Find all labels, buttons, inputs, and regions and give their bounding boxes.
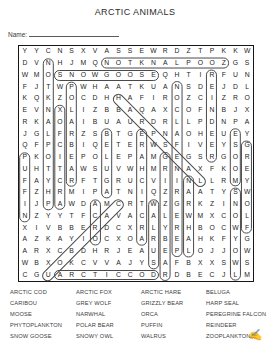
grid-cell[interactable]: A xyxy=(66,164,78,176)
grid-cell[interactable]: D xyxy=(230,81,242,93)
grid-cell[interactable]: K xyxy=(194,199,206,211)
grid-cell[interactable]: L xyxy=(66,105,78,117)
grid-cell[interactable]: W xyxy=(241,46,253,58)
grid-cell[interactable]: W xyxy=(183,211,195,223)
grid-cell[interactable]: R xyxy=(206,70,218,82)
grid-cell[interactable]: R xyxy=(136,222,148,234)
grid-cell[interactable]: I xyxy=(101,269,113,281)
grid-cell[interactable]: L xyxy=(241,81,253,93)
grid-cell[interactable]: G xyxy=(31,128,43,140)
grid-cell[interactable]: W xyxy=(66,199,78,211)
grid-cell[interactable]: O xyxy=(136,269,148,281)
grid-cell[interactable]: L xyxy=(183,117,195,129)
grid-cell[interactable]: N xyxy=(171,81,183,93)
grid-cell[interactable]: H xyxy=(54,58,66,70)
grid-cell[interactable]: W xyxy=(77,164,89,176)
grid-cell[interactable]: O xyxy=(183,128,195,140)
grid-cell[interactable]: L xyxy=(148,222,160,234)
grid-cell[interactable]: T xyxy=(54,164,66,176)
grid-cell[interactable]: G xyxy=(31,269,43,281)
grid-cell[interactable]: N xyxy=(42,58,54,70)
grid-cell[interactable]: W xyxy=(241,246,253,258)
grid-cell[interactable]: D xyxy=(148,269,160,281)
grid-cell[interactable]: V xyxy=(31,105,43,117)
grid-cell[interactable]: U xyxy=(124,117,136,129)
grid-cell[interactable]: M xyxy=(148,152,160,164)
grid-cell[interactable]: J xyxy=(31,199,43,211)
grid-cell[interactable]: E xyxy=(19,105,31,117)
grid-cell[interactable]: A xyxy=(148,105,160,117)
grid-cell[interactable]: F xyxy=(54,128,66,140)
grid-cell[interactable]: Y xyxy=(19,46,31,58)
grid-cell[interactable]: I xyxy=(54,152,66,164)
grid-cell[interactable]: I xyxy=(19,199,31,211)
grid-cell[interactable]: E xyxy=(77,222,89,234)
grid-cell[interactable]: E xyxy=(171,234,183,246)
grid-cell[interactable]: I xyxy=(148,93,160,105)
grid-cell[interactable]: I xyxy=(77,140,89,152)
grid-cell[interactable]: Z xyxy=(31,234,43,246)
grid-cell[interactable]: R xyxy=(101,246,113,258)
grid-cell[interactable]: O xyxy=(42,70,54,82)
grid-cell[interactable]: D xyxy=(19,58,31,70)
grid-cell[interactable]: B xyxy=(54,222,66,234)
grid-cell[interactable]: Z xyxy=(218,58,230,70)
grid-cell[interactable]: C xyxy=(218,222,230,234)
grid-cell[interactable]: Q xyxy=(159,70,171,82)
grid-cell[interactable]: T xyxy=(42,164,54,176)
grid-cell[interactable]: L xyxy=(42,128,54,140)
grid-cell[interactable]: N xyxy=(148,58,160,70)
grid-cell[interactable]: O xyxy=(54,258,66,270)
grid-cell[interactable]: T xyxy=(66,211,78,223)
grid-cell[interactable]: R xyxy=(124,199,136,211)
grid-cell[interactable]: P xyxy=(89,187,101,199)
grid-cell[interactable]: O xyxy=(206,58,218,70)
grid-cell[interactable]: C xyxy=(54,246,66,258)
grid-cell[interactable]: C xyxy=(113,269,125,281)
grid-cell[interactable]: A xyxy=(159,58,171,70)
grid-cell[interactable]: B xyxy=(183,258,195,270)
grid-cell[interactable]: A xyxy=(19,234,31,246)
grid-cell[interactable]: L xyxy=(241,211,253,223)
grid-cell[interactable]: R xyxy=(89,222,101,234)
grid-cell[interactable]: N xyxy=(54,46,66,58)
grid-cell[interactable]: F xyxy=(218,70,230,82)
grid-cell[interactable]: C xyxy=(171,105,183,117)
grid-cell[interactable]: K xyxy=(42,93,54,105)
grid-cell[interactable]: S xyxy=(124,46,136,58)
grid-cell[interactable]: S xyxy=(148,258,160,270)
grid-cell[interactable]: H xyxy=(136,164,148,176)
grid-cell[interactable]: F xyxy=(206,164,218,176)
grid-cell[interactable]: E xyxy=(171,152,183,164)
grid-cell[interactable]: J xyxy=(124,258,136,270)
grid-cell[interactable]: G xyxy=(241,140,253,152)
grid-cell[interactable]: J xyxy=(218,81,230,93)
grid-cell[interactable]: N xyxy=(124,187,136,199)
grid-cell[interactable]: V xyxy=(42,222,54,234)
grid-cell[interactable]: A xyxy=(183,234,195,246)
grid-cell[interactable]: O xyxy=(194,246,206,258)
grid-cell[interactable]: T xyxy=(124,81,136,93)
grid-cell[interactable]: C xyxy=(77,269,89,281)
grid-cell[interactable]: S xyxy=(113,46,125,58)
grid-cell[interactable]: E xyxy=(113,152,125,164)
grid-cell[interactable]: V xyxy=(89,258,101,270)
grid-cell[interactable]: I xyxy=(159,175,171,187)
grid-cell[interactable]: N xyxy=(230,199,242,211)
grid-cell[interactable]: C xyxy=(113,222,125,234)
grid-cell[interactable]: C xyxy=(113,199,125,211)
grid-cell[interactable]: D xyxy=(101,222,113,234)
grid-cell[interactable]: Z xyxy=(31,187,43,199)
grid-cell[interactable]: K xyxy=(218,46,230,58)
grid-cell[interactable]: O xyxy=(77,70,89,82)
grid-cell[interactable]: A xyxy=(136,152,148,164)
grid-cell[interactable]: P xyxy=(171,246,183,258)
grid-cell[interactable]: N xyxy=(42,105,54,117)
grid-cell[interactable]: R xyxy=(159,164,171,176)
grid-cell[interactable]: I xyxy=(171,175,183,187)
grid-cell[interactable]: K xyxy=(19,93,31,105)
grid-cell[interactable]: K xyxy=(31,117,43,129)
grid-cell[interactable]: M xyxy=(101,199,113,211)
grid-cell[interactable]: C xyxy=(77,93,89,105)
grid-cell[interactable]: K xyxy=(218,164,230,176)
grid-cell[interactable]: I xyxy=(77,105,89,117)
grid-cell[interactable]: F xyxy=(19,81,31,93)
grid-cell[interactable]: Y xyxy=(159,222,171,234)
grid-cell[interactable]: G xyxy=(124,128,136,140)
grid-cell[interactable]: Y xyxy=(230,234,242,246)
grid-cell[interactable]: F xyxy=(241,222,253,234)
grid-cell[interactable]: X xyxy=(159,105,171,117)
grid-cell[interactable]: R xyxy=(159,93,171,105)
grid-cell[interactable]: U xyxy=(19,164,31,176)
grid-cell[interactable]: K xyxy=(31,152,43,164)
grid-cell[interactable]: N xyxy=(241,70,253,82)
grid-cell[interactable]: O xyxy=(89,234,101,246)
grid-cell[interactable]: J xyxy=(218,269,230,281)
grid-cell[interactable]: I xyxy=(77,187,89,199)
grid-cell[interactable]: A xyxy=(159,81,171,93)
grid-cell[interactable]: L xyxy=(230,269,242,281)
grid-cell[interactable]: H xyxy=(89,81,101,93)
grid-cell[interactable]: O xyxy=(241,199,253,211)
grid-cell[interactable]: W xyxy=(230,222,242,234)
grid-cell[interactable]: O xyxy=(194,58,206,70)
grid-cell[interactable]: N xyxy=(66,70,78,82)
grid-cell[interactable]: Z xyxy=(218,93,230,105)
grid-cell[interactable]: A xyxy=(113,117,125,129)
grid-cell[interactable]: C xyxy=(101,234,113,246)
grid-cell[interactable]: B xyxy=(183,269,195,281)
grid-cell[interactable]: T xyxy=(42,81,54,93)
grid-cell[interactable]: L xyxy=(194,175,206,187)
grid-cell[interactable]: M xyxy=(194,211,206,223)
grid-cell[interactable]: R xyxy=(148,234,160,246)
grid-cell[interactable]: R xyxy=(66,269,78,281)
grid-cell[interactable]: U xyxy=(230,70,242,82)
grid-cell[interactable]: A xyxy=(113,258,125,270)
grid-cell[interactable]: Z xyxy=(54,93,66,105)
grid-cell[interactable]: D xyxy=(77,199,89,211)
grid-cell[interactable]: L xyxy=(206,175,218,187)
grid-cell[interactable]: P xyxy=(194,117,206,129)
grid-cell[interactable]: W xyxy=(148,199,160,211)
grid-cell[interactable]: H xyxy=(113,93,125,105)
grid-cell[interactable]: B xyxy=(101,105,113,117)
grid-cell[interactable]: X xyxy=(42,258,54,270)
grid-cell[interactable]: H xyxy=(194,234,206,246)
grid-cell[interactable]: E xyxy=(124,140,136,152)
grid-cell[interactable]: D xyxy=(148,117,160,129)
grid-cell[interactable]: U xyxy=(148,246,160,258)
grid-cell[interactable]: R xyxy=(171,222,183,234)
grid-cell[interactable]: Z xyxy=(31,211,43,223)
grid-cell[interactable]: R xyxy=(230,93,242,105)
grid-cell[interactable]: T xyxy=(194,46,206,58)
grid-cell[interactable]: E xyxy=(159,246,171,258)
grid-cell[interactable]: B xyxy=(113,105,125,117)
grid-cell[interactable]: L xyxy=(159,211,171,223)
grid-cell[interactable]: O xyxy=(230,164,242,176)
grid-cell[interactable]: K xyxy=(230,46,242,58)
grid-cell[interactable]: L xyxy=(171,117,183,129)
grid-cell[interactable]: A xyxy=(136,234,148,246)
grid-cell[interactable]: U xyxy=(42,269,54,281)
grid-cell[interactable]: R xyxy=(159,46,171,58)
grid-cell[interactable]: O xyxy=(89,152,101,164)
grid-cell[interactable]: F xyxy=(194,105,206,117)
grid-cell[interactable]: G xyxy=(101,175,113,187)
grid-cell[interactable]: O xyxy=(241,93,253,105)
grid-cell[interactable]: D xyxy=(194,81,206,93)
grid-cell[interactable]: U xyxy=(148,81,160,93)
grid-cell[interactable]: G xyxy=(101,70,113,82)
grid-cell[interactable]: C xyxy=(136,175,148,187)
grid-cell[interactable]: F xyxy=(171,258,183,270)
grid-cell[interactable]: S xyxy=(89,128,101,140)
grid-cell[interactable]: M xyxy=(66,187,78,199)
grid-cell[interactable]: D xyxy=(206,117,218,129)
grid-cell[interactable]: D xyxy=(171,46,183,58)
grid-cell[interactable]: O xyxy=(124,234,136,246)
grid-cell[interactable]: Z xyxy=(183,46,195,58)
grid-cell[interactable]: C xyxy=(206,269,218,281)
grid-cell[interactable]: C xyxy=(89,211,101,223)
grid-cell[interactable]: H xyxy=(171,70,183,82)
grid-cell[interactable]: P xyxy=(230,117,242,129)
grid-cell[interactable]: X xyxy=(206,211,218,223)
grid-cell[interactable]: Y xyxy=(42,175,54,187)
grid-cell[interactable]: L xyxy=(183,246,195,258)
grid-cell[interactable]: T xyxy=(113,140,125,152)
grid-cell[interactable]: S xyxy=(54,70,66,82)
grid-cell[interactable]: B xyxy=(66,140,78,152)
grid-cell[interactable]: U xyxy=(101,117,113,129)
grid-cell[interactable]: L xyxy=(171,58,183,70)
grid-cell[interactable]: W xyxy=(89,70,101,82)
grid-cell[interactable]: Y xyxy=(241,128,253,140)
grid-cell[interactable]: A xyxy=(101,187,113,199)
grid-cell[interactable]: J xyxy=(19,128,31,140)
grid-cell[interactable]: O xyxy=(230,211,242,223)
grid-cell[interactable]: X xyxy=(113,234,125,246)
grid-cell[interactable]: G xyxy=(159,152,171,164)
grid-cell[interactable]: Q xyxy=(31,93,43,105)
grid-cell[interactable]: X xyxy=(194,164,206,176)
grid-cell[interactable]: Q xyxy=(19,140,31,152)
grid-cell[interactable]: T xyxy=(136,199,148,211)
grid-cell[interactable]: R xyxy=(183,199,195,211)
grid-cell[interactable]: E xyxy=(206,128,218,140)
grid-cell[interactable]: C xyxy=(124,269,136,281)
grid-cell[interactable]: R xyxy=(206,152,218,164)
grid-cell[interactable]: M xyxy=(77,58,89,70)
grid-cell[interactable]: R xyxy=(159,117,171,129)
grid-cell[interactable]: Q xyxy=(89,140,101,152)
grid-cell[interactable]: P xyxy=(42,140,54,152)
grid-cell[interactable]: O xyxy=(206,222,218,234)
grid-cell[interactable]: J xyxy=(230,105,242,117)
grid-cell[interactable]: W xyxy=(148,140,160,152)
grid-cell[interactable]: C xyxy=(136,211,148,223)
grid-cell[interactable]: B xyxy=(194,222,206,234)
grid-cell[interactable]: W xyxy=(230,258,242,270)
grid-cell[interactable]: I xyxy=(194,70,206,82)
grid-cell[interactable]: X xyxy=(19,222,31,234)
grid-cell[interactable]: I xyxy=(206,93,218,105)
grid-cell[interactable]: E xyxy=(206,81,218,93)
grid-cell[interactable]: W xyxy=(241,187,253,199)
grid-cell[interactable]: W xyxy=(19,70,31,82)
grid-cell[interactable]: S xyxy=(230,140,242,152)
grid-cell[interactable]: A xyxy=(113,81,125,93)
grid-cell[interactable]: E xyxy=(194,269,206,281)
grid-cell[interactable]: P xyxy=(124,152,136,164)
grid-cell[interactable]: J xyxy=(66,58,78,70)
grid-cell[interactable]: A xyxy=(19,246,31,258)
grid-cell[interactable]: H xyxy=(194,128,206,140)
grid-cell[interactable]: T xyxy=(124,58,136,70)
grid-cell[interactable]: R xyxy=(66,175,78,187)
grid-cell[interactable]: K xyxy=(42,234,54,246)
grid-cell[interactable]: H xyxy=(101,93,113,105)
grid-cell[interactable]: J xyxy=(206,246,218,258)
grid-cell[interactable]: H xyxy=(89,246,101,258)
grid-cell[interactable]: I xyxy=(31,222,43,234)
grid-cell[interactable]: A xyxy=(101,46,113,58)
grid-cell[interactable]: R xyxy=(159,269,171,281)
grid-cell[interactable]: C xyxy=(54,175,66,187)
grid-cell[interactable]: A xyxy=(136,246,148,258)
grid-cell[interactable]: S xyxy=(230,187,242,199)
grid-cell[interactable]: W xyxy=(148,46,160,58)
grid-cell[interactable]: N xyxy=(101,58,113,70)
grid-cell[interactable]: K xyxy=(136,58,148,70)
grid-cell[interactable]: C xyxy=(218,211,230,223)
grid-cell[interactable]: I xyxy=(77,117,89,129)
grid-cell[interactable]: Y xyxy=(42,211,54,223)
grid-cell[interactable]: R xyxy=(241,152,253,164)
grid-cell[interactable]: A xyxy=(148,211,160,223)
grid-cell[interactable]: E xyxy=(148,70,160,82)
grid-cell[interactable]: P xyxy=(66,81,78,93)
grid-cell[interactable]: X xyxy=(194,258,206,270)
grid-cell[interactable]: V xyxy=(31,58,43,70)
grid-cell[interactable]: S xyxy=(159,140,171,152)
grid-cell[interactable]: D xyxy=(89,93,101,105)
grid-cell[interactable]: V xyxy=(101,258,113,270)
grid-cell[interactable]: L xyxy=(101,152,113,164)
grid-cell[interactable]: E xyxy=(101,140,113,152)
grid-cell[interactable]: A xyxy=(66,117,78,129)
grid-cell[interactable]: W xyxy=(124,164,136,176)
grid-cell[interactable]: F xyxy=(77,211,89,223)
name-blank-line[interactable] xyxy=(29,29,119,37)
grid-cell[interactable]: A xyxy=(241,117,253,129)
grid-cell[interactable]: H xyxy=(42,187,54,199)
grid-cell[interactable]: S xyxy=(241,258,253,270)
grid-cell[interactable]: F xyxy=(19,187,31,199)
grid-cell[interactable]: X xyxy=(124,222,136,234)
grid-cell[interactable]: A xyxy=(124,105,136,117)
grid-cell[interactable]: N xyxy=(19,211,31,223)
grid-cell[interactable]: Y xyxy=(136,258,148,270)
grid-cell[interactable]: A xyxy=(54,199,66,211)
grid-cell[interactable]: U xyxy=(218,128,230,140)
grid-cell[interactable]: X xyxy=(241,105,253,117)
grid-cell[interactable]: D xyxy=(171,269,183,281)
grid-cell[interactable]: G xyxy=(230,58,242,70)
grid-cell[interactable]: N xyxy=(171,164,183,176)
grid-cell[interactable]: S xyxy=(218,258,230,270)
grid-cell[interactable]: Y xyxy=(241,175,253,187)
grid-cell[interactable]: C xyxy=(42,46,54,58)
grid-cell[interactable]: B xyxy=(101,128,113,140)
grid-cell[interactable]: B xyxy=(66,222,78,234)
grid-cell[interactable]: T xyxy=(89,269,101,281)
grid-cell[interactable]: T xyxy=(206,187,218,199)
grid-cell[interactable]: R xyxy=(136,117,148,129)
grid-cell[interactable]: O xyxy=(230,152,242,164)
grid-cell[interactable]: R xyxy=(218,175,230,187)
grid-cell[interactable]: E xyxy=(124,246,136,258)
grid-cell[interactable]: O xyxy=(54,117,66,129)
grid-cell[interactable]: O xyxy=(113,58,125,70)
grid-cell[interactable]: Z xyxy=(89,105,101,117)
grid-cell[interactable]: D xyxy=(77,246,89,258)
grid-cell[interactable]: F xyxy=(171,140,183,152)
grid-cell[interactable]: X xyxy=(54,105,66,117)
grid-cell[interactable]: F xyxy=(218,234,230,246)
grid-cell[interactable]: A xyxy=(183,187,195,199)
grid-cell[interactable]: E xyxy=(230,128,242,140)
grid-cell[interactable]: X xyxy=(206,258,218,270)
grid-cell[interactable]: S xyxy=(183,81,195,93)
grid-cell[interactable]: Y xyxy=(54,211,66,223)
grid-cell[interactable]: V xyxy=(194,140,206,152)
grid-cell[interactable]: E xyxy=(136,46,148,58)
grid-cell[interactable]: E xyxy=(241,164,253,176)
grid-cell[interactable]: C xyxy=(54,140,66,152)
grid-cell[interactable]: K xyxy=(66,258,78,270)
grid-cell[interactable]: J xyxy=(113,246,125,258)
grid-cell[interactable]: P xyxy=(206,46,218,58)
grid-cell[interactable]: W xyxy=(77,81,89,93)
